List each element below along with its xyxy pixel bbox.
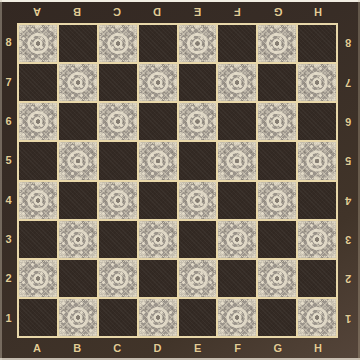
square-d8[interactable]	[139, 25, 177, 62]
square-g4[interactable]	[258, 182, 296, 219]
square-f4[interactable]	[218, 182, 256, 219]
chessboard	[17, 23, 338, 338]
square-f8[interactable]	[218, 25, 256, 62]
square-f1[interactable]	[218, 299, 256, 336]
square-h5[interactable]	[298, 142, 336, 179]
square-a5[interactable]	[19, 142, 57, 179]
square-e3[interactable]	[179, 221, 217, 258]
rank-label-right-8: 8	[345, 37, 351, 48]
square-c1[interactable]	[99, 299, 137, 336]
square-d2[interactable]	[139, 260, 177, 297]
square-g2[interactable]	[258, 260, 296, 297]
file-label-bottom-d: D	[153, 343, 161, 354]
rank-label-right-3: 3	[345, 234, 351, 245]
file-label-top-h: H	[314, 6, 322, 17]
square-h3[interactable]	[298, 221, 336, 258]
square-e5[interactable]	[179, 142, 217, 179]
square-f5[interactable]	[218, 142, 256, 179]
square-c6[interactable]	[99, 103, 137, 140]
square-g5[interactable]	[258, 142, 296, 179]
rank-label-right-2: 2	[345, 273, 351, 284]
file-label-bottom-f: F	[234, 343, 241, 354]
rank-label-left-6: 6	[5, 116, 11, 127]
square-b5[interactable]	[59, 142, 97, 179]
square-e2[interactable]	[179, 260, 217, 297]
square-h1[interactable]	[298, 299, 336, 336]
rank-label-left-2: 2	[5, 273, 11, 284]
square-d4[interactable]	[139, 182, 177, 219]
file-label-bottom-e: E	[194, 343, 201, 354]
square-d5[interactable]	[139, 142, 177, 179]
file-label-top-d: D	[153, 6, 161, 17]
square-b1[interactable]	[59, 299, 97, 336]
rank-label-left-7: 7	[5, 77, 11, 88]
rank-label-right-5: 5	[345, 155, 351, 166]
square-g8[interactable]	[258, 25, 296, 62]
rank-label-left-8: 8	[5, 37, 11, 48]
file-label-top-f: F	[234, 6, 241, 17]
square-e4[interactable]	[179, 182, 217, 219]
rank-label-left-4: 4	[5, 195, 11, 206]
square-g1[interactable]	[258, 299, 296, 336]
rank-label-left-5: 5	[5, 155, 11, 166]
square-e6[interactable]	[179, 103, 217, 140]
file-labels-bottom: ABCDEFGH	[17, 338, 338, 359]
file-label-top-a: A	[33, 6, 41, 17]
square-e7[interactable]	[179, 64, 217, 101]
square-f6[interactable]	[218, 103, 256, 140]
square-c7[interactable]	[99, 64, 137, 101]
square-h6[interactable]	[298, 103, 336, 140]
file-label-top-e: E	[194, 6, 201, 17]
square-h7[interactable]	[298, 64, 336, 101]
square-c4[interactable]	[99, 182, 137, 219]
square-b4[interactable]	[59, 182, 97, 219]
file-label-top-c: C	[113, 6, 121, 17]
file-label-top-b: B	[73, 6, 81, 17]
square-a3[interactable]	[19, 221, 57, 258]
file-label-bottom-c: C	[113, 343, 121, 354]
square-f3[interactable]	[218, 221, 256, 258]
rank-label-right-7: 7	[345, 77, 351, 88]
square-g3[interactable]	[258, 221, 296, 258]
square-b7[interactable]	[59, 64, 97, 101]
square-a1[interactable]	[19, 299, 57, 336]
square-g6[interactable]	[258, 103, 296, 140]
square-f7[interactable]	[218, 64, 256, 101]
square-a6[interactable]	[19, 103, 57, 140]
square-a2[interactable]	[19, 260, 57, 297]
rank-label-left-3: 3	[5, 234, 11, 245]
square-a7[interactable]	[19, 64, 57, 101]
square-c2[interactable]	[99, 260, 137, 297]
square-d1[interactable]	[139, 299, 177, 336]
chessboard-photo: ABCDEFGH ABCDEFGH 87654321 87654321	[0, 0, 360, 360]
square-e1[interactable]	[179, 299, 217, 336]
file-label-bottom-a: A	[33, 343, 41, 354]
square-h2[interactable]	[298, 260, 336, 297]
square-b6[interactable]	[59, 103, 97, 140]
rank-label-right-4: 4	[345, 195, 351, 206]
square-c5[interactable]	[99, 142, 137, 179]
square-d6[interactable]	[139, 103, 177, 140]
square-h8[interactable]	[298, 25, 336, 62]
file-labels-top: ABCDEFGH	[17, 0, 338, 23]
rank-labels-left: 87654321	[0, 23, 17, 338]
square-f2[interactable]	[218, 260, 256, 297]
square-b3[interactable]	[59, 221, 97, 258]
rank-label-right-1: 1	[345, 313, 351, 324]
square-g7[interactable]	[258, 64, 296, 101]
square-e8[interactable]	[179, 25, 217, 62]
square-d7[interactable]	[139, 64, 177, 101]
square-c3[interactable]	[99, 221, 137, 258]
square-a4[interactable]	[19, 182, 57, 219]
square-b8[interactable]	[59, 25, 97, 62]
file-label-bottom-b: B	[73, 343, 81, 354]
square-d3[interactable]	[139, 221, 177, 258]
rank-label-right-6: 6	[345, 116, 351, 127]
file-label-bottom-g: G	[274, 343, 283, 354]
file-label-top-g: G	[274, 6, 283, 17]
square-h4[interactable]	[298, 182, 336, 219]
file-label-bottom-h: H	[314, 343, 322, 354]
rank-label-left-1: 1	[5, 313, 11, 324]
rank-labels-right: 87654321	[338, 23, 359, 338]
square-a8[interactable]	[19, 25, 57, 62]
square-b2[interactable]	[59, 260, 97, 297]
square-c8[interactable]	[99, 25, 137, 62]
